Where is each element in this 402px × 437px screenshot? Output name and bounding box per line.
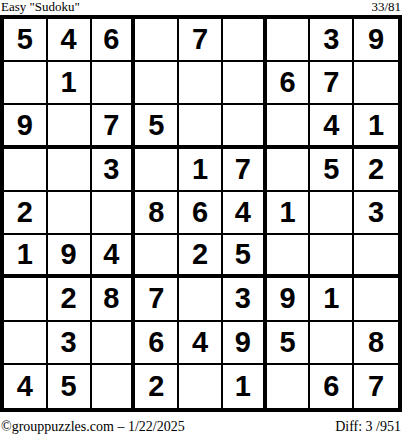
cell-r2c7: 6 — [267, 62, 311, 105]
cell-r9c1: 4 — [4, 365, 48, 408]
cell-r1c9: 9 — [354, 19, 398, 62]
cell-r7c8: 1 — [310, 278, 354, 321]
cell-r4c4[interactable] — [135, 149, 179, 192]
header: Easy "Sudoku" 33/81 — [0, 0, 402, 15]
cell-r3c5[interactable] — [179, 105, 223, 148]
cell-r4c1[interactable] — [4, 149, 48, 192]
cell-r2c8: 7 — [310, 62, 354, 105]
cell-r9c5[interactable] — [179, 365, 223, 408]
cell-r4c2[interactable] — [48, 149, 92, 192]
cell-r4c3: 3 — [92, 149, 136, 192]
cell-r1c7[interactable] — [267, 19, 311, 62]
cell-r3c1: 9 — [4, 105, 48, 148]
footer: ©grouppuzzles.com – 1/22/2025 Diff: 3 /9… — [0, 419, 402, 434]
cell-r7c7: 9 — [267, 278, 311, 321]
cell-r7c4: 7 — [135, 278, 179, 321]
cell-r5c6: 4 — [223, 192, 267, 235]
cell-r5c2[interactable] — [48, 192, 92, 235]
cell-r5c8[interactable] — [310, 192, 354, 235]
cell-r5c9: 3 — [354, 192, 398, 235]
cell-r8c4: 6 — [135, 322, 179, 365]
cell-r1c2: 4 — [48, 19, 92, 62]
cell-r2c2: 1 — [48, 62, 92, 105]
cell-r2c4[interactable] — [135, 62, 179, 105]
cell-r3c4: 5 — [135, 105, 179, 148]
cell-r6c6: 5 — [223, 235, 267, 278]
cell-r6c8[interactable] — [310, 235, 354, 278]
cell-r4c5: 1 — [179, 149, 223, 192]
cell-r1c1: 5 — [4, 19, 48, 62]
cell-r2c1[interactable] — [4, 62, 48, 105]
cell-r6c7[interactable] — [267, 235, 311, 278]
cell-r4c8: 5 — [310, 149, 354, 192]
cell-r4c9: 2 — [354, 149, 398, 192]
cell-r1c3: 6 — [92, 19, 136, 62]
cell-r7c9[interactable] — [354, 278, 398, 321]
cell-r9c8: 6 — [310, 365, 354, 408]
cell-r3c2[interactable] — [48, 105, 92, 148]
cell-r8c1[interactable] — [4, 322, 48, 365]
cell-r9c4: 2 — [135, 365, 179, 408]
cell-r7c5[interactable] — [179, 278, 223, 321]
cell-r2c3[interactable] — [92, 62, 136, 105]
cell-r7c2: 2 — [48, 278, 92, 321]
sudoku-page: Easy "Sudoku" 33/81 54673916797541317522… — [0, 0, 402, 437]
cell-r9c6: 1 — [223, 365, 267, 408]
cell-r5c3[interactable] — [92, 192, 136, 235]
cell-r8c7: 5 — [267, 322, 311, 365]
cell-r6c4[interactable] — [135, 235, 179, 278]
cell-r5c4: 8 — [135, 192, 179, 235]
cell-r3c7[interactable] — [267, 105, 311, 148]
cell-r2c9[interactable] — [354, 62, 398, 105]
cell-r6c5: 2 — [179, 235, 223, 278]
cell-r1c5: 7 — [179, 19, 223, 62]
cell-r1c8: 3 — [310, 19, 354, 62]
cell-r7c6: 3 — [223, 278, 267, 321]
copyright-text: ©grouppuzzles.com – 1/22/2025 — [1, 419, 185, 434]
cell-r3c3: 7 — [92, 105, 136, 148]
puzzle-title: Easy "Sudoku" — [1, 0, 80, 14]
cell-r8c3[interactable] — [92, 322, 136, 365]
cell-r5c7: 1 — [267, 192, 311, 235]
sudoku-grid: 5467391679754131752286413194252873913649… — [0, 15, 402, 412]
cell-r5c1: 2 — [4, 192, 48, 235]
cell-r8c9: 8 — [354, 322, 398, 365]
cell-r3c8: 4 — [310, 105, 354, 148]
cell-r6c9[interactable] — [354, 235, 398, 278]
cell-r1c6[interactable] — [223, 19, 267, 62]
cell-r4c6: 7 — [223, 149, 267, 192]
cell-r6c1: 1 — [4, 235, 48, 278]
cell-r3c9: 1 — [354, 105, 398, 148]
cell-r8c6: 9 — [223, 322, 267, 365]
cell-r9c7[interactable] — [267, 365, 311, 408]
cell-r8c8[interactable] — [310, 322, 354, 365]
cell-r7c3: 8 — [92, 278, 136, 321]
cell-r3c6[interactable] — [223, 105, 267, 148]
difficulty-text: Diff: 3 /951 — [335, 419, 401, 434]
cell-r8c5: 4 — [179, 322, 223, 365]
cell-r1c4[interactable] — [135, 19, 179, 62]
cell-r6c3: 4 — [92, 235, 136, 278]
cell-r2c5[interactable] — [179, 62, 223, 105]
cell-r9c2: 5 — [48, 365, 92, 408]
cell-r8c2: 3 — [48, 322, 92, 365]
given-count: 33/81 — [371, 0, 401, 14]
cell-r9c3[interactable] — [92, 365, 136, 408]
cell-r5c5: 6 — [179, 192, 223, 235]
cell-r4c7[interactable] — [267, 149, 311, 192]
cell-r2c6[interactable] — [223, 62, 267, 105]
cell-r7c1[interactable] — [4, 278, 48, 321]
cell-r9c9: 7 — [354, 365, 398, 408]
cell-r6c2: 9 — [48, 235, 92, 278]
